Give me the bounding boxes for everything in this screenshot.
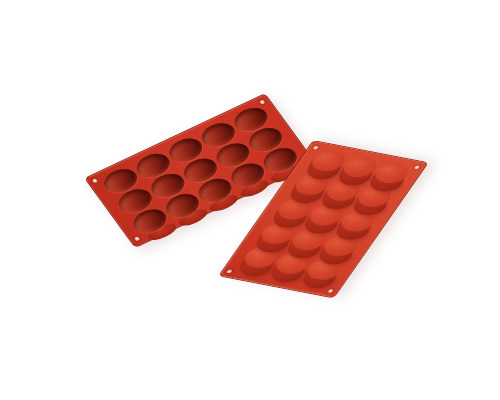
product-photo: [0, 0, 500, 400]
